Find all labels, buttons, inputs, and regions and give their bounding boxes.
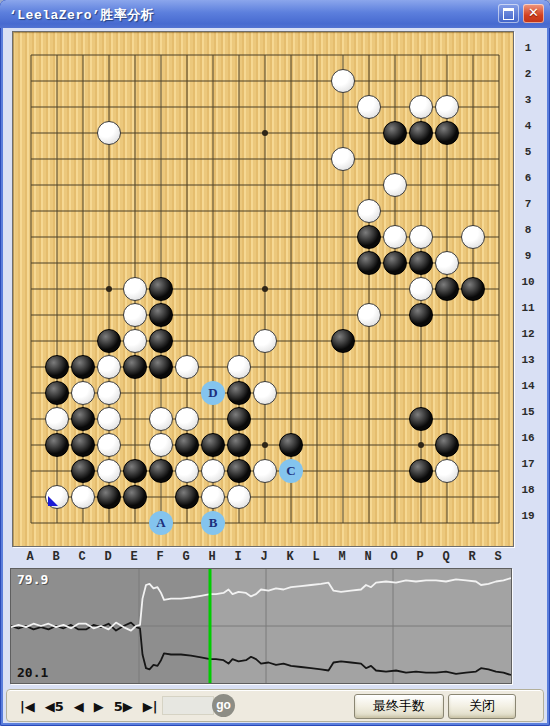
board-point-L14[interactable] — [304, 380, 330, 406]
board-point-R5[interactable] — [460, 146, 486, 172]
board-point-F8[interactable] — [148, 224, 174, 250]
move-number-input[interactable] — [162, 696, 214, 715]
board-point-A6[interactable] — [18, 172, 44, 198]
board-point-D5[interactable] — [96, 146, 122, 172]
board-point-H10[interactable] — [200, 276, 226, 302]
board-point-G9[interactable] — [174, 250, 200, 276]
board-point-O7[interactable] — [382, 198, 408, 224]
board-point-M18[interactable] — [330, 484, 356, 510]
board-point-O3[interactable] — [382, 94, 408, 120]
board-point-G18[interactable] — [174, 484, 200, 510]
board-point-Q19[interactable] — [434, 510, 460, 536]
board-point-G14[interactable] — [174, 380, 200, 406]
board-point-N16[interactable] — [356, 432, 382, 458]
board-point-I2[interactable] — [226, 68, 252, 94]
board-point-M19[interactable] — [330, 510, 356, 536]
board-point-B9[interactable] — [44, 250, 70, 276]
board-point-A4[interactable] — [18, 120, 44, 146]
board-point-O4[interactable] — [382, 120, 408, 146]
board-point-S11[interactable] — [486, 302, 512, 328]
board-point-C4[interactable] — [70, 120, 96, 146]
board-point-C8[interactable] — [70, 224, 96, 250]
board-point-B16[interactable] — [44, 432, 70, 458]
board-point-L17[interactable] — [304, 458, 330, 484]
board-point-L8[interactable] — [304, 224, 330, 250]
board-point-F6[interactable] — [148, 172, 174, 198]
board-point-S2[interactable] — [486, 68, 512, 94]
board-point-N11[interactable] — [356, 302, 382, 328]
board-point-L16[interactable] — [304, 432, 330, 458]
board-point-S19[interactable] — [486, 510, 512, 536]
board-point-B19[interactable] — [44, 510, 70, 536]
board-point-C3[interactable] — [70, 94, 96, 120]
board-point-D18[interactable] — [96, 484, 122, 510]
board-point-K17[interactable]: C — [278, 458, 304, 484]
board-point-Q18[interactable] — [434, 484, 460, 510]
board-point-S18[interactable] — [486, 484, 512, 510]
nav-back-5-button[interactable]: ◀5 — [40, 699, 69, 714]
board-point-B10[interactable] — [44, 276, 70, 302]
board-point-R7[interactable] — [460, 198, 486, 224]
board-point-H9[interactable] — [200, 250, 226, 276]
board-point-E1[interactable] — [122, 42, 148, 68]
board-point-H18[interactable] — [200, 484, 226, 510]
board-point-F10[interactable] — [148, 276, 174, 302]
board-point-A14[interactable] — [18, 380, 44, 406]
board-point-F3[interactable] — [148, 94, 174, 120]
title-bar[interactable]: ‘LeelaZero’胜率分析 ✕ — [0, 0, 550, 28]
variation-mark-C[interactable]: C — [279, 459, 303, 483]
board-point-R6[interactable] — [460, 172, 486, 198]
board-point-E11[interactable] — [122, 302, 148, 328]
board-point-M17[interactable] — [330, 458, 356, 484]
board-point-K1[interactable] — [278, 42, 304, 68]
board-point-M13[interactable] — [330, 354, 356, 380]
board-point-O10[interactable] — [382, 276, 408, 302]
board-point-P11[interactable] — [408, 302, 434, 328]
board-point-M15[interactable] — [330, 406, 356, 432]
board-point-Q7[interactable] — [434, 198, 460, 224]
board-point-C7[interactable] — [70, 198, 96, 224]
board-point-P19[interactable] — [408, 510, 434, 536]
board-point-R2[interactable] — [460, 68, 486, 94]
board-point-C15[interactable] — [70, 406, 96, 432]
board-point-I7[interactable] — [226, 198, 252, 224]
board-point-E9[interactable] — [122, 250, 148, 276]
board-point-E16[interactable] — [122, 432, 148, 458]
board-point-H2[interactable] — [200, 68, 226, 94]
board-point-J16[interactable] — [252, 432, 278, 458]
board-point-O16[interactable] — [382, 432, 408, 458]
board-point-Q17[interactable] — [434, 458, 460, 484]
board-point-B1[interactable] — [44, 42, 70, 68]
board-point-A18[interactable] — [18, 484, 44, 510]
board-point-J14[interactable] — [252, 380, 278, 406]
board-point-J12[interactable] — [252, 328, 278, 354]
board-point-F9[interactable] — [148, 250, 174, 276]
board-point-G11[interactable] — [174, 302, 200, 328]
board-point-E5[interactable] — [122, 146, 148, 172]
board-point-G12[interactable] — [174, 328, 200, 354]
board-point-M11[interactable] — [330, 302, 356, 328]
board-point-I19[interactable] — [226, 510, 252, 536]
board-point-A2[interactable] — [18, 68, 44, 94]
board-point-A16[interactable] — [18, 432, 44, 458]
board-point-I5[interactable] — [226, 146, 252, 172]
board-point-F4[interactable] — [148, 120, 174, 146]
board-point-K18[interactable] — [278, 484, 304, 510]
board-point-D11[interactable] — [96, 302, 122, 328]
board-point-A13[interactable] — [18, 354, 44, 380]
board-point-G5[interactable] — [174, 146, 200, 172]
board-point-G16[interactable] — [174, 432, 200, 458]
board-point-B2[interactable] — [44, 68, 70, 94]
board-point-I16[interactable] — [226, 432, 252, 458]
board-point-A3[interactable] — [18, 94, 44, 120]
board-point-N9[interactable] — [356, 250, 382, 276]
board-point-E2[interactable] — [122, 68, 148, 94]
board-point-F18[interactable] — [148, 484, 174, 510]
board-point-D13[interactable] — [96, 354, 122, 380]
board-point-B6[interactable] — [44, 172, 70, 198]
board-point-O8[interactable] — [382, 224, 408, 250]
board-point-C14[interactable] — [70, 380, 96, 406]
board-point-I13[interactable] — [226, 354, 252, 380]
board-point-K5[interactable] — [278, 146, 304, 172]
board-point-O1[interactable] — [382, 42, 408, 68]
board-point-F14[interactable] — [148, 380, 174, 406]
board-point-S6[interactable] — [486, 172, 512, 198]
maximize-button[interactable] — [498, 4, 519, 23]
board-point-L11[interactable] — [304, 302, 330, 328]
board-point-J11[interactable] — [252, 302, 278, 328]
board-point-I1[interactable] — [226, 42, 252, 68]
board-point-M10[interactable] — [330, 276, 356, 302]
board-point-L15[interactable] — [304, 406, 330, 432]
board-point-N3[interactable] — [356, 94, 382, 120]
board-point-E12[interactable] — [122, 328, 148, 354]
board-point-C17[interactable] — [70, 458, 96, 484]
board-point-B8[interactable] — [44, 224, 70, 250]
board-point-S8[interactable] — [486, 224, 512, 250]
board-point-Q13[interactable] — [434, 354, 460, 380]
board-point-D15[interactable] — [96, 406, 122, 432]
board-point-M16[interactable] — [330, 432, 356, 458]
board-point-R18[interactable] — [460, 484, 486, 510]
board-point-O11[interactable] — [382, 302, 408, 328]
board-point-P15[interactable] — [408, 406, 434, 432]
board-point-H11[interactable] — [200, 302, 226, 328]
board-point-P9[interactable] — [408, 250, 434, 276]
board-point-L3[interactable] — [304, 94, 330, 120]
variation-mark-A[interactable]: A — [149, 511, 173, 535]
board-point-L6[interactable] — [304, 172, 330, 198]
board-point-P14[interactable] — [408, 380, 434, 406]
board-point-O17[interactable] — [382, 458, 408, 484]
board-point-F5[interactable] — [148, 146, 174, 172]
board-point-N12[interactable] — [356, 328, 382, 354]
board-point-S10[interactable] — [486, 276, 512, 302]
board-point-I10[interactable] — [226, 276, 252, 302]
board-point-B3[interactable] — [44, 94, 70, 120]
board-point-I11[interactable] — [226, 302, 252, 328]
board-point-S9[interactable] — [486, 250, 512, 276]
board-point-P6[interactable] — [408, 172, 434, 198]
board-point-S12[interactable] — [486, 328, 512, 354]
board-point-R3[interactable] — [460, 94, 486, 120]
board-point-J19[interactable] — [252, 510, 278, 536]
board-point-L19[interactable] — [304, 510, 330, 536]
board-point-Q12[interactable] — [434, 328, 460, 354]
board-point-H13[interactable] — [200, 354, 226, 380]
board-point-O9[interactable] — [382, 250, 408, 276]
board-point-R14[interactable] — [460, 380, 486, 406]
board-point-D12[interactable] — [96, 328, 122, 354]
board-point-Q14[interactable] — [434, 380, 460, 406]
close-dialog-button[interactable]: 关闭 — [448, 694, 516, 719]
board-point-I6[interactable] — [226, 172, 252, 198]
board-point-A1[interactable] — [18, 42, 44, 68]
board-point-R10[interactable] — [460, 276, 486, 302]
board-point-H8[interactable] — [200, 224, 226, 250]
board-point-A11[interactable] — [18, 302, 44, 328]
board-point-F11[interactable] — [148, 302, 174, 328]
board-point-C12[interactable] — [70, 328, 96, 354]
board-point-O14[interactable] — [382, 380, 408, 406]
board-point-D17[interactable] — [96, 458, 122, 484]
board-point-E19[interactable] — [122, 510, 148, 536]
board-point-M6[interactable] — [330, 172, 356, 198]
board-point-D6[interactable] — [96, 172, 122, 198]
board-point-J7[interactable] — [252, 198, 278, 224]
board-point-M8[interactable] — [330, 224, 356, 250]
board-point-D19[interactable] — [96, 510, 122, 536]
board-point-N10[interactable] — [356, 276, 382, 302]
board-point-N15[interactable] — [356, 406, 382, 432]
board-point-D1[interactable] — [96, 42, 122, 68]
board-point-J13[interactable] — [252, 354, 278, 380]
board-point-J2[interactable] — [252, 68, 278, 94]
board-point-F1[interactable] — [148, 42, 174, 68]
board-point-B18[interactable] — [44, 484, 70, 510]
board-point-H1[interactable] — [200, 42, 226, 68]
board-point-K11[interactable] — [278, 302, 304, 328]
board-point-E13[interactable] — [122, 354, 148, 380]
board-point-C19[interactable] — [70, 510, 96, 536]
board-point-E6[interactable] — [122, 172, 148, 198]
board-point-H5[interactable] — [200, 146, 226, 172]
board-point-N7[interactable] — [356, 198, 382, 224]
board-point-A5[interactable] — [18, 146, 44, 172]
board-point-S17[interactable] — [486, 458, 512, 484]
board-point-B4[interactable] — [44, 120, 70, 146]
board-point-P13[interactable] — [408, 354, 434, 380]
board-point-K6[interactable] — [278, 172, 304, 198]
board-point-E18[interactable] — [122, 484, 148, 510]
board-point-Q8[interactable] — [434, 224, 460, 250]
board-point-G6[interactable] — [174, 172, 200, 198]
board-point-E14[interactable] — [122, 380, 148, 406]
board-point-P12[interactable] — [408, 328, 434, 354]
board-point-I15[interactable] — [226, 406, 252, 432]
board-point-E17[interactable] — [122, 458, 148, 484]
board-point-N8[interactable] — [356, 224, 382, 250]
board-point-S1[interactable] — [486, 42, 512, 68]
board-point-R8[interactable] — [460, 224, 486, 250]
board-point-J4[interactable] — [252, 120, 278, 146]
board-point-K3[interactable] — [278, 94, 304, 120]
board-point-S3[interactable] — [486, 94, 512, 120]
board-point-A19[interactable] — [18, 510, 44, 536]
close-button[interactable]: ✕ — [523, 4, 544, 23]
board-point-Q3[interactable] — [434, 94, 460, 120]
board-point-R9[interactable] — [460, 250, 486, 276]
board-point-J10[interactable] — [252, 276, 278, 302]
board-point-I9[interactable] — [226, 250, 252, 276]
board-point-G8[interactable] — [174, 224, 200, 250]
board-point-H17[interactable] — [200, 458, 226, 484]
board-point-R1[interactable] — [460, 42, 486, 68]
board-point-Q16[interactable] — [434, 432, 460, 458]
board-point-N1[interactable] — [356, 42, 382, 68]
nav-forward-5-button[interactable]: 5▶ — [109, 699, 138, 714]
board-point-K2[interactable] — [278, 68, 304, 94]
board-point-G7[interactable] — [174, 198, 200, 224]
board-point-E7[interactable] — [122, 198, 148, 224]
board-point-B12[interactable] — [44, 328, 70, 354]
board-point-G1[interactable] — [174, 42, 200, 68]
board-point-O13[interactable] — [382, 354, 408, 380]
board-point-F19[interactable]: A — [148, 510, 174, 536]
board-point-M2[interactable] — [330, 68, 356, 94]
board-point-S16[interactable] — [486, 432, 512, 458]
board-point-C11[interactable] — [70, 302, 96, 328]
nav-last-move-button[interactable]: ▶| — [138, 699, 163, 714]
board-point-L4[interactable] — [304, 120, 330, 146]
board-point-Q15[interactable] — [434, 406, 460, 432]
board-point-J3[interactable] — [252, 94, 278, 120]
board-point-H15[interactable] — [200, 406, 226, 432]
board-point-D16[interactable] — [96, 432, 122, 458]
board-point-I12[interactable] — [226, 328, 252, 354]
board-point-J17[interactable] — [252, 458, 278, 484]
board-point-E10[interactable] — [122, 276, 148, 302]
board-point-C18[interactable] — [70, 484, 96, 510]
board-point-G10[interactable] — [174, 276, 200, 302]
board-point-J18[interactable] — [252, 484, 278, 510]
board-point-L13[interactable] — [304, 354, 330, 380]
variation-mark-B[interactable]: B — [201, 511, 225, 535]
board-point-C5[interactable] — [70, 146, 96, 172]
board-point-B14[interactable] — [44, 380, 70, 406]
board-point-Q6[interactable] — [434, 172, 460, 198]
final-moves-button[interactable]: 最终手数 — [354, 694, 444, 719]
board-point-I18[interactable] — [226, 484, 252, 510]
board-point-L2[interactable] — [304, 68, 330, 94]
board-point-M7[interactable] — [330, 198, 356, 224]
board-point-B15[interactable] — [44, 406, 70, 432]
board-point-N13[interactable] — [356, 354, 382, 380]
board-point-R19[interactable] — [460, 510, 486, 536]
board-point-A12[interactable] — [18, 328, 44, 354]
board-point-F13[interactable] — [148, 354, 174, 380]
board-point-G17[interactable] — [174, 458, 200, 484]
board-point-D10[interactable] — [96, 276, 122, 302]
board-point-H12[interactable] — [200, 328, 226, 354]
board-point-H4[interactable] — [200, 120, 226, 146]
board-point-G3[interactable] — [174, 94, 200, 120]
board-point-A17[interactable] — [18, 458, 44, 484]
board-point-O5[interactable] — [382, 146, 408, 172]
board-point-Q9[interactable] — [434, 250, 460, 276]
board-point-D14[interactable] — [96, 380, 122, 406]
board-point-Q10[interactable] — [434, 276, 460, 302]
board-point-O6[interactable] — [382, 172, 408, 198]
board-point-S15[interactable] — [486, 406, 512, 432]
board-point-O18[interactable] — [382, 484, 408, 510]
board-point-R15[interactable] — [460, 406, 486, 432]
board-point-K14[interactable] — [278, 380, 304, 406]
board-point-B17[interactable] — [44, 458, 70, 484]
go-button[interactable]: go — [212, 694, 235, 717]
board-point-P7[interactable] — [408, 198, 434, 224]
board-point-R16[interactable] — [460, 432, 486, 458]
board-point-S4[interactable] — [486, 120, 512, 146]
board-point-D7[interactable] — [96, 198, 122, 224]
board-point-N17[interactable] — [356, 458, 382, 484]
board-point-F17[interactable] — [148, 458, 174, 484]
board-point-I4[interactable] — [226, 120, 252, 146]
board-point-C9[interactable] — [70, 250, 96, 276]
board-point-P3[interactable] — [408, 94, 434, 120]
board-point-P8[interactable] — [408, 224, 434, 250]
board-point-R13[interactable] — [460, 354, 486, 380]
board-point-R12[interactable] — [460, 328, 486, 354]
board-point-H16[interactable] — [200, 432, 226, 458]
board-point-L12[interactable] — [304, 328, 330, 354]
board-point-H19[interactable]: B — [200, 510, 226, 536]
board-point-Q4[interactable] — [434, 120, 460, 146]
board-point-E8[interactable] — [122, 224, 148, 250]
board-point-C16[interactable] — [70, 432, 96, 458]
board-point-G13[interactable] — [174, 354, 200, 380]
board-point-K9[interactable] — [278, 250, 304, 276]
board-point-L7[interactable] — [304, 198, 330, 224]
board-point-C1[interactable] — [70, 42, 96, 68]
board-point-F7[interactable] — [148, 198, 174, 224]
board-point-L9[interactable] — [304, 250, 330, 276]
board-point-C10[interactable] — [70, 276, 96, 302]
board-point-H7[interactable] — [200, 198, 226, 224]
board-point-I3[interactable] — [226, 94, 252, 120]
board-point-J6[interactable] — [252, 172, 278, 198]
board-point-K16[interactable] — [278, 432, 304, 458]
board-point-F15[interactable] — [148, 406, 174, 432]
board-point-N4[interactable] — [356, 120, 382, 146]
board-point-M3[interactable] — [330, 94, 356, 120]
board-point-G4[interactable] — [174, 120, 200, 146]
board-point-P2[interactable] — [408, 68, 434, 94]
board-point-A15[interactable] — [18, 406, 44, 432]
board-point-P17[interactable] — [408, 458, 434, 484]
board-point-L10[interactable] — [304, 276, 330, 302]
board-point-J5[interactable] — [252, 146, 278, 172]
nav-first-move-button[interactable]: |◀ — [15, 699, 40, 714]
board-point-K7[interactable] — [278, 198, 304, 224]
board-point-A8[interactable] — [18, 224, 44, 250]
board-point-G2[interactable] — [174, 68, 200, 94]
board-point-L18[interactable] — [304, 484, 330, 510]
